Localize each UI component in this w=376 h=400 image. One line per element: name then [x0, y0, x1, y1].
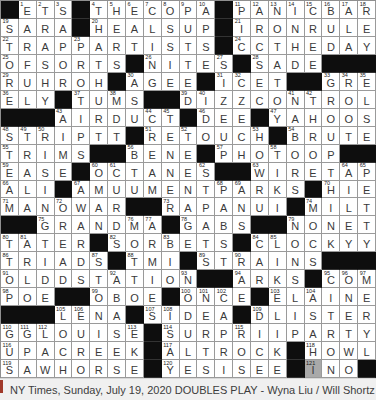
cell-r8c4[interactable]: I — [55, 127, 73, 145]
cell-r6c8[interactable]: S — [126, 91, 144, 109]
cell-r6c18[interactable]: 42T — [305, 91, 323, 109]
cell-r2c10[interactable]: S — [162, 19, 180, 37]
cell-r7c17[interactable]: A — [287, 109, 305, 127]
cell-r16c8[interactable]: T — [126, 270, 144, 288]
cell-r19c2[interactable]: 111G — [19, 324, 37, 342]
cell-r10c20[interactable]: 64A — [340, 163, 358, 181]
cell-r11c3[interactable]: I — [37, 181, 55, 199]
cell-r15c1[interactable]: 86T — [1, 252, 19, 270]
cell-r12c20[interactable]: L — [340, 198, 358, 216]
cell-r11c8[interactable]: U — [126, 181, 144, 199]
cell-r21c4[interactable]: H — [55, 360, 73, 378]
cell-r17c13[interactable]: 102C — [215, 288, 233, 306]
cell-r20c2[interactable]: P — [19, 342, 37, 360]
cell-r15c6[interactable]: 87S — [90, 252, 108, 270]
cell-r12c19[interactable]: I — [322, 198, 340, 216]
cell-r19c5[interactable]: U — [72, 324, 90, 342]
cell-r10c8[interactable]: T — [126, 163, 144, 181]
cell-r11c21[interactable]: E — [358, 181, 376, 199]
cell-r14c15[interactable]: 84C — [251, 234, 269, 252]
cell-r20c12[interactable]: T — [197, 342, 215, 360]
cell-r12c4[interactable]: 72O — [55, 198, 73, 216]
cell-r11c20[interactable]: I — [340, 181, 358, 199]
cell-r21c19[interactable]: N — [322, 360, 340, 378]
cell-r7c14[interactable]: E — [233, 109, 251, 127]
cell-r8c18[interactable]: R — [305, 127, 323, 145]
cell-r4c10[interactable]: I — [162, 55, 180, 73]
cell-r13c21[interactable]: T — [358, 216, 376, 234]
cell-r14c8[interactable]: O — [126, 234, 144, 252]
cell-r18c5[interactable]: 106E — [72, 306, 90, 324]
cell-r5c15[interactable]: E — [251, 73, 269, 91]
cell-r5c8[interactable]: 30A — [126, 73, 144, 91]
cell-r4c2[interactable]: F — [19, 55, 37, 73]
cell-r16c3[interactable]: D — [37, 270, 55, 288]
cell-r20c3[interactable]: A — [37, 342, 55, 360]
cell-r5c16[interactable]: T — [269, 73, 287, 91]
cell-r19c16[interactable]: I — [269, 324, 287, 342]
cell-r5c11[interactable]: E — [180, 73, 198, 91]
cell-r9c8[interactable]: 56B — [126, 145, 144, 163]
cell-r8c1[interactable]: 48S — [1, 127, 19, 145]
cell-r13c6[interactable]: N — [90, 216, 108, 234]
cell-r19c4[interactable]: O — [55, 324, 73, 342]
cell-r17c19[interactable]: I — [322, 288, 340, 306]
cell-r12c18[interactable]: 74M — [305, 198, 323, 216]
cell-r8c20[interactable]: T — [340, 127, 358, 145]
cell-r2c11[interactable]: U — [180, 19, 198, 37]
cell-r18c16[interactable]: L — [269, 306, 287, 324]
cell-r14c11[interactable]: E — [180, 234, 198, 252]
cell-r6c2[interactable]: L — [19, 91, 37, 109]
cell-r3c10[interactable]: S — [162, 37, 180, 55]
cell-r19c17[interactable]: P — [287, 324, 305, 342]
cell-r13c13[interactable]: B — [215, 216, 233, 234]
cell-r2c3[interactable]: R — [37, 19, 55, 37]
cell-r17c3[interactable]: E — [37, 288, 55, 306]
cell-r14c10[interactable]: 83B — [162, 234, 180, 252]
cell-r8c2[interactable]: 49T — [19, 127, 37, 145]
cell-r9c14[interactable]: H — [233, 145, 251, 163]
cell-r10c9[interactable]: A — [144, 163, 162, 181]
cell-r9c9[interactable]: E — [144, 145, 162, 163]
cell-r13c8[interactable]: 76M — [126, 216, 144, 234]
cell-r16c10[interactable]: O — [162, 270, 180, 288]
cell-r11c16[interactable]: K — [269, 181, 287, 199]
cell-r7c5[interactable]: I — [72, 109, 90, 127]
cell-r16c17[interactable]: S — [287, 270, 305, 288]
cell-r8c11[interactable]: 52T — [180, 127, 198, 145]
cell-r13c5[interactable]: A — [72, 216, 90, 234]
cell-r12c15[interactable]: U — [251, 198, 269, 216]
cell-r1c14[interactable]: 11P — [233, 1, 251, 19]
cell-r3c1[interactable]: 22T — [1, 37, 19, 55]
cell-r21c1[interactable]: 119S — [1, 360, 19, 378]
cell-r17c1[interactable]: 98P — [1, 288, 19, 306]
cell-r7c9[interactable]: 44C — [144, 109, 162, 127]
cell-r7c16[interactable]: 47Y — [269, 109, 287, 127]
cell-r14c2[interactable]: 81A — [19, 234, 37, 252]
cell-r8c15[interactable]: 53H — [251, 127, 269, 145]
cell-r4c16[interactable]: A — [269, 55, 287, 73]
cell-r18c21[interactable]: R — [358, 306, 376, 324]
cell-r18c10[interactable]: 108I — [162, 306, 180, 324]
cell-r17c9[interactable]: E — [144, 288, 162, 306]
cell-r1c15[interactable]: 12A — [251, 1, 269, 19]
cell-r13c20[interactable]: E — [340, 216, 358, 234]
cell-r5c10[interactable]: E — [162, 73, 180, 91]
cell-r17c20[interactable]: N — [340, 288, 358, 306]
cell-r11c10[interactable]: E — [162, 181, 180, 199]
cell-r16c9[interactable]: I — [144, 270, 162, 288]
cell-r21c7[interactable]: S — [108, 360, 126, 378]
cell-r21c11[interactable]: E — [180, 360, 198, 378]
cell-r20c21[interactable]: L — [358, 342, 376, 360]
cell-r21c5[interactable]: O — [72, 360, 90, 378]
cell-r10c1[interactable]: 59E — [1, 163, 19, 181]
cell-r19c8[interactable]: 113E — [126, 324, 144, 342]
cell-r15c8[interactable]: 88T — [126, 252, 144, 270]
cell-r5c20[interactable]: 34R — [340, 73, 358, 91]
cell-r5c4[interactable]: R — [55, 73, 73, 91]
cell-r9c2[interactable]: R — [19, 145, 37, 163]
cell-r19c1[interactable]: 110G — [1, 324, 19, 342]
cell-r10c4[interactable]: E — [55, 163, 73, 181]
cell-r2c4[interactable]: A — [55, 19, 73, 37]
cell-r12c14[interactable]: N — [233, 198, 251, 216]
cell-r6c14[interactable]: Z — [233, 91, 251, 109]
cell-r18c11[interactable]: D — [180, 306, 198, 324]
cell-r17c6[interactable]: 99O — [90, 288, 108, 306]
cell-r18c19[interactable]: T — [322, 306, 340, 324]
cell-r3c20[interactable]: A — [340, 37, 358, 55]
cell-r3c8[interactable]: T — [126, 37, 144, 55]
cell-r15c13[interactable]: T — [215, 252, 233, 270]
cell-r14c16[interactable]: 85L — [269, 234, 287, 252]
cell-r16c14[interactable]: 94A — [233, 270, 251, 288]
cell-r11c17[interactable]: S — [287, 181, 305, 199]
cell-r21c6[interactable]: R — [90, 360, 108, 378]
cell-r12c5[interactable]: W — [72, 198, 90, 216]
cell-r10c17[interactable]: R — [287, 163, 305, 181]
cell-r18c12[interactable]: E — [197, 306, 215, 324]
cell-r17c18[interactable]: 104A — [305, 288, 323, 306]
cell-r8c6[interactable]: T — [90, 127, 108, 145]
cell-r2c8[interactable]: A — [126, 19, 144, 37]
cell-r3c14[interactable]: 24C — [233, 37, 251, 55]
cell-r1c20[interactable]: 17A — [340, 1, 358, 19]
cell-r9c1[interactable]: 55T — [1, 145, 19, 163]
cell-r14c19[interactable]: K — [322, 234, 340, 252]
cell-r11c19[interactable]: 70H — [322, 181, 340, 199]
cell-r21c13[interactable]: I — [215, 360, 233, 378]
cell-r13c14[interactable]: S — [233, 216, 251, 234]
cell-r13c4[interactable]: R — [55, 216, 73, 234]
cell-r15c12[interactable]: 89S — [197, 252, 215, 270]
cell-r16c15[interactable]: R — [251, 270, 269, 288]
cell-r5c13[interactable]: 31I — [215, 73, 233, 91]
cell-r1c21[interactable]: 18R — [358, 1, 376, 19]
cell-r21c3[interactable]: W — [37, 360, 55, 378]
cell-r15c16[interactable]: I — [269, 252, 287, 270]
cell-r6c7[interactable]: 38M — [108, 91, 126, 109]
cell-r1c18[interactable]: 15C — [305, 1, 323, 19]
cell-r9c17[interactable]: O — [287, 145, 305, 163]
cell-r6c19[interactable]: R — [322, 91, 340, 109]
cell-r21c14[interactable]: S — [233, 360, 251, 378]
cell-r12c3[interactable]: N — [37, 198, 55, 216]
cell-r1c3[interactable]: 2T — [37, 1, 55, 19]
cell-r9c3[interactable]: I — [37, 145, 55, 163]
cell-r12c12[interactable]: P — [197, 198, 215, 216]
cell-r3c9[interactable]: I — [144, 37, 162, 55]
cell-r4c3[interactable]: S — [37, 55, 55, 73]
cell-r15c5[interactable]: D — [72, 252, 90, 270]
cell-r8c9[interactable]: 51R — [144, 127, 162, 145]
cell-r10c10[interactable]: N — [162, 163, 180, 181]
cell-r14c4[interactable]: E — [55, 234, 73, 252]
cell-r1c16[interactable]: 13N — [269, 1, 287, 19]
cell-r19c21[interactable]: Y — [358, 324, 376, 342]
cell-r4c13[interactable]: 27S — [215, 55, 233, 73]
cell-r13c11[interactable]: 78G — [180, 216, 198, 234]
cell-r7c12[interactable]: 46D — [197, 109, 215, 127]
cell-r1c8[interactable]: 6E — [126, 1, 144, 19]
cell-r14c18[interactable]: C — [305, 234, 323, 252]
cell-r8c5[interactable]: P — [72, 127, 90, 145]
cell-r13c7[interactable]: D — [108, 216, 126, 234]
cell-r3c7[interactable]: R — [108, 37, 126, 55]
cell-r18c13[interactable]: A — [215, 306, 233, 324]
cell-r5c19[interactable]: 33G — [322, 73, 340, 91]
cell-r15c2[interactable]: R — [19, 252, 37, 270]
cell-r9c4[interactable]: M — [55, 145, 73, 163]
cell-r18c9[interactable]: 107S — [144, 306, 162, 324]
cell-r19c18[interactable]: A — [305, 324, 323, 342]
cell-r16c7[interactable]: 92A — [108, 270, 126, 288]
cell-r21c2[interactable]: A — [19, 360, 37, 378]
cell-r20c7[interactable]: E — [108, 342, 126, 360]
cell-r5c6[interactable]: H — [90, 73, 108, 91]
cell-r6c17[interactable]: 41N — [287, 91, 305, 109]
cell-r14c9[interactable]: R — [144, 234, 162, 252]
cell-r13c18[interactable]: O — [305, 216, 323, 234]
cell-r17c16[interactable]: 103E — [269, 288, 287, 306]
cell-r16c11[interactable]: 93N — [180, 270, 198, 288]
cell-r11c12[interactable]: T — [197, 181, 215, 199]
cell-r20c8[interactable]: K — [126, 342, 144, 360]
cell-r10c3[interactable]: S — [37, 163, 55, 181]
cell-r3c21[interactable]: Y — [358, 37, 376, 55]
cell-r10c19[interactable]: T — [322, 163, 340, 181]
cell-r10c7[interactable]: 61C — [108, 163, 126, 181]
cell-r10c2[interactable]: A — [19, 163, 37, 181]
cell-r17c7[interactable]: B — [108, 288, 126, 306]
cell-r20c1[interactable]: 116U — [1, 342, 19, 360]
cell-r10c15[interactable]: 63W — [251, 163, 269, 181]
cell-r3c15[interactable]: C — [251, 37, 269, 55]
cell-r6c21[interactable]: L — [358, 91, 376, 109]
cell-r11c6[interactable]: M — [90, 181, 108, 199]
cell-r21c15[interactable]: E — [251, 360, 269, 378]
cell-r19c6[interactable]: I — [90, 324, 108, 342]
cell-r9c11[interactable]: E — [180, 145, 198, 163]
cell-r16c20[interactable]: 96O — [340, 270, 358, 288]
cell-r4c7[interactable]: S — [108, 55, 126, 73]
cell-r14c17[interactable]: O — [287, 234, 305, 252]
cell-r5c21[interactable]: 35E — [358, 73, 376, 91]
cell-r9c18[interactable]: O — [305, 145, 323, 163]
cell-r16c4[interactable]: D — [55, 270, 73, 288]
cell-r20c13[interactable]: R — [215, 342, 233, 360]
cell-r20c18[interactable]: 118H — [305, 342, 323, 360]
cell-r18c7[interactable]: A — [108, 306, 126, 324]
cell-r3c11[interactable]: T — [180, 37, 198, 55]
cell-r17c8[interactable]: O — [126, 288, 144, 306]
cell-r16c21[interactable]: 97M — [358, 270, 376, 288]
cell-r6c6[interactable]: U — [90, 91, 108, 109]
cell-r4c15[interactable]: 28S — [251, 55, 269, 73]
cell-r1c7[interactable]: 5H — [108, 1, 126, 19]
cell-r21c8[interactable]: E — [126, 360, 144, 378]
cell-r5c3[interactable]: H — [37, 73, 55, 91]
cell-r11c11[interactable]: N — [180, 181, 198, 199]
cell-r16c5[interactable]: S — [72, 270, 90, 288]
cell-r12c1[interactable]: 71M — [1, 198, 19, 216]
cell-r9c13[interactable]: 57P — [215, 145, 233, 163]
cell-r21c18[interactable]: 121I — [305, 360, 323, 378]
cell-r3c18[interactable]: E — [305, 37, 323, 55]
cell-r17c17[interactable]: L — [287, 288, 305, 306]
cell-r15c15[interactable]: A — [251, 252, 269, 270]
cell-r11c9[interactable]: M — [144, 181, 162, 199]
cell-r2c16[interactable]: O — [269, 19, 287, 37]
cell-r20c6[interactable]: E — [90, 342, 108, 360]
cell-r2c7[interactable]: E — [108, 19, 126, 37]
cell-r12c16[interactable]: I — [269, 198, 287, 216]
cell-r14c7[interactable]: 82S — [108, 234, 126, 252]
cell-r1c12[interactable]: 10A — [197, 1, 215, 19]
cell-r5c2[interactable]: U — [19, 73, 37, 91]
cell-r7c21[interactable]: S — [358, 109, 376, 127]
cell-r12c13[interactable]: A — [215, 198, 233, 216]
cell-r4c6[interactable]: T — [90, 55, 108, 73]
cell-r6c13[interactable]: Z — [215, 91, 233, 109]
cell-r8c19[interactable]: U — [322, 127, 340, 145]
cell-r8c17[interactable]: 54B — [287, 127, 305, 145]
cell-r19c12[interactable]: R — [197, 324, 215, 342]
cell-r1c17[interactable]: 14I — [287, 1, 305, 19]
cell-r7c7[interactable]: D — [108, 109, 126, 127]
cell-r5c9[interactable]: G — [144, 73, 162, 91]
cell-r15c17[interactable]: N — [287, 252, 305, 270]
cell-r19c19[interactable]: R — [322, 324, 340, 342]
cell-r6c1[interactable]: 36E — [1, 91, 19, 109]
cell-r15c18[interactable]: S — [305, 252, 323, 270]
cell-r20c5[interactable]: R — [72, 342, 90, 360]
cell-r4c12[interactable]: E — [197, 55, 215, 73]
cell-r1c6[interactable]: 4T — [90, 1, 108, 19]
cell-r5c1[interactable]: 29R — [1, 73, 19, 91]
cell-r8c10[interactable]: E — [162, 127, 180, 145]
cell-r21c10[interactable]: 120Y — [162, 360, 180, 378]
cell-r10c12[interactable]: 62S — [197, 163, 215, 181]
cell-r3c12[interactable]: S — [197, 37, 215, 55]
cell-r1c9[interactable]: 7C — [144, 1, 162, 19]
cell-r1c4[interactable]: 3S — [55, 1, 73, 19]
cell-r17c21[interactable]: E — [358, 288, 376, 306]
cell-r10c18[interactable]: E — [305, 163, 323, 181]
cell-r15c3[interactable]: I — [37, 252, 55, 270]
cell-r19c7[interactable]: S — [108, 324, 126, 342]
cell-r19c10[interactable]: 114S — [162, 324, 180, 342]
cell-r11c14[interactable]: 69A — [233, 181, 251, 199]
cell-r3c4[interactable]: P — [55, 37, 73, 55]
cell-r10c16[interactable]: I — [269, 163, 287, 181]
cell-r11c15[interactable]: R — [251, 181, 269, 199]
cell-r12c6[interactable]: A — [90, 198, 108, 216]
cell-r1c2[interactable]: 1E — [19, 1, 37, 19]
cell-r2c20[interactable]: L — [340, 19, 358, 37]
cell-r5c5[interactable]: O — [72, 73, 90, 91]
cell-r19c13[interactable]: P — [215, 324, 233, 342]
cell-r8c12[interactable]: O — [197, 127, 215, 145]
cell-r14c12[interactable]: T — [197, 234, 215, 252]
cell-r2c1[interactable]: 19S — [1, 19, 19, 37]
cell-r3c19[interactable]: D — [322, 37, 340, 55]
cell-r3c17[interactable]: H — [287, 37, 305, 55]
cell-r14c1[interactable]: 80T — [1, 234, 19, 252]
cell-r16c19[interactable]: 95C — [322, 270, 340, 288]
cell-r14c3[interactable]: T — [37, 234, 55, 252]
cell-r7c8[interactable]: U — [126, 109, 144, 127]
cell-r7c20[interactable]: O — [340, 109, 358, 127]
cell-r6c12[interactable]: 40I — [197, 91, 215, 109]
cell-r2c6[interactable]: 20H — [90, 19, 108, 37]
cell-r21c16[interactable]: E — [269, 360, 287, 378]
cell-r2c2[interactable]: A — [19, 19, 37, 37]
cell-r6c15[interactable]: C — [251, 91, 269, 109]
cell-r6c16[interactable]: O — [269, 91, 287, 109]
cell-r20c14[interactable]: O — [233, 342, 251, 360]
cell-r14c20[interactable]: Y — [340, 234, 358, 252]
cell-r10c11[interactable]: E — [180, 163, 198, 181]
cell-r9c15[interactable]: O — [251, 145, 269, 163]
cell-r10c21[interactable]: 65P — [358, 163, 376, 181]
cell-r8c21[interactable]: E — [358, 127, 376, 145]
cell-r14c13[interactable]: S — [215, 234, 233, 252]
cell-r18c20[interactable]: E — [340, 306, 358, 324]
cell-r4c11[interactable]: T — [180, 55, 198, 73]
cell-r2c9[interactable]: L — [144, 19, 162, 37]
cell-r12c2[interactable]: A — [19, 198, 37, 216]
cell-r7c10[interactable]: 45T — [162, 109, 180, 127]
cell-r20c16[interactable]: K — [269, 342, 287, 360]
cell-r18c6[interactable]: N — [90, 306, 108, 324]
cell-r21c20[interactable]: O — [340, 360, 358, 378]
cell-r18c4[interactable]: 105L — [55, 306, 73, 324]
cell-r4c5[interactable]: R — [72, 55, 90, 73]
cell-r3c3[interactable]: A — [37, 37, 55, 55]
cell-r13c17[interactable]: 79N — [287, 216, 305, 234]
cell-r5c14[interactable]: 32C — [233, 73, 251, 91]
cell-r1c11[interactable]: 9P — [180, 1, 198, 19]
cell-r14c21[interactable]: Y — [358, 234, 376, 252]
cell-r9c5[interactable]: S — [72, 145, 90, 163]
cell-r6c3[interactable]: Y — [37, 91, 55, 109]
cell-r12c10[interactable]: 73R — [162, 198, 180, 216]
cell-r20c15[interactable]: C — [251, 342, 269, 360]
